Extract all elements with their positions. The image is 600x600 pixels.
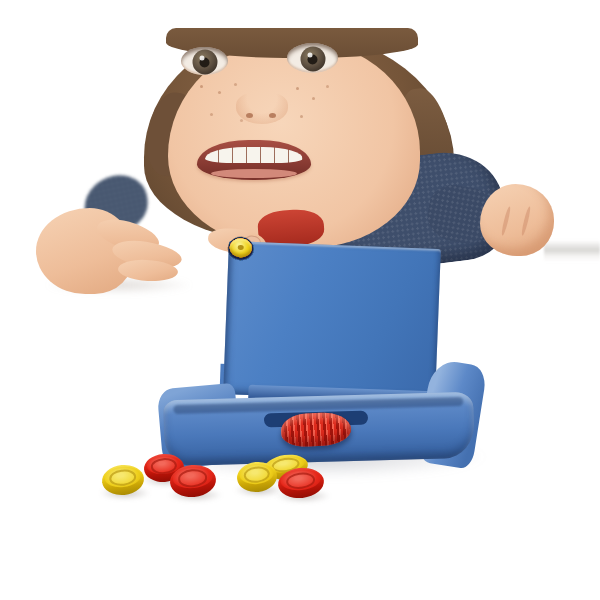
eye-highlight xyxy=(200,55,205,60)
iris xyxy=(300,47,325,72)
child-right-fist xyxy=(480,184,554,256)
disc-shadow xyxy=(275,489,331,503)
child-right-eye xyxy=(287,43,338,73)
eye-highlight xyxy=(308,52,313,57)
loose-yellow-disc xyxy=(101,463,146,497)
disc-shadow xyxy=(99,486,151,500)
child-lower-lip xyxy=(211,169,297,178)
yellow-disc xyxy=(229,238,252,258)
product-photo-scene xyxy=(0,0,600,600)
child-freckles xyxy=(200,85,340,145)
table-edge-shadow xyxy=(544,240,600,262)
child-left-eye xyxy=(181,47,228,75)
iris xyxy=(192,50,217,75)
child-teeth xyxy=(205,147,303,163)
child-smile xyxy=(197,140,311,180)
connect-four-board xyxy=(223,241,441,402)
disc-shadow xyxy=(234,483,284,497)
board-grid xyxy=(236,247,433,389)
disc-shadow xyxy=(167,488,223,502)
